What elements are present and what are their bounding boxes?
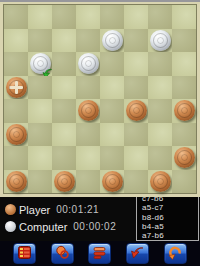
checker-piece-bronze[interactable] xyxy=(150,171,171,192)
list-button[interactable] xyxy=(88,243,111,264)
checker-piece-white[interactable] xyxy=(102,30,123,51)
board-square[interactable] xyxy=(124,123,148,147)
board-square[interactable] xyxy=(76,52,100,76)
board-square[interactable] xyxy=(28,29,52,53)
board-square[interactable] xyxy=(4,5,28,29)
player-clock-row: Player 00:01:21 xyxy=(5,201,136,218)
computer-time: 00:00:02 xyxy=(73,221,116,232)
board-square[interactable] xyxy=(100,76,124,100)
board-square[interactable] xyxy=(76,99,100,123)
board-square[interactable] xyxy=(4,99,28,123)
board-square[interactable] xyxy=(124,52,148,76)
board-square[interactable] xyxy=(124,5,148,29)
white-piece-icon xyxy=(5,221,16,232)
board-square[interactable] xyxy=(52,123,76,147)
checker-piece-bronze[interactable] xyxy=(126,100,147,121)
board-square[interactable] xyxy=(124,76,148,100)
board-square[interactable] xyxy=(52,29,76,53)
board-square[interactable] xyxy=(124,170,148,194)
checker-piece-bronze[interactable] xyxy=(78,100,99,121)
board-square[interactable] xyxy=(100,123,124,147)
player-time: 00:01:21 xyxy=(56,204,99,215)
checkers-app: Player 00:01:21 Computer 00:00:02 c7-b6a… xyxy=(0,0,200,266)
checker-piece-bronze[interactable] xyxy=(102,171,123,192)
board-square[interactable] xyxy=(148,5,172,29)
board-square[interactable] xyxy=(52,146,76,170)
checker-piece-white[interactable] xyxy=(30,53,51,74)
board-square[interactable] xyxy=(52,99,76,123)
cross-marker-icon xyxy=(6,77,27,98)
board-square[interactable] xyxy=(172,52,196,76)
board-square[interactable] xyxy=(28,76,52,100)
board-square[interactable] xyxy=(28,146,52,170)
pieces-icon xyxy=(55,245,70,263)
board xyxy=(4,5,196,193)
board-square[interactable] xyxy=(124,146,148,170)
move-list[interactable]: c7-b6a5-c7b8-d6b4-a5a7-b6 xyxy=(136,197,199,241)
hint-button[interactable] xyxy=(126,243,149,264)
board-square[interactable] xyxy=(172,146,196,170)
board-square[interactable] xyxy=(4,123,28,147)
board-square[interactable] xyxy=(52,52,76,76)
board-square[interactable] xyxy=(4,76,28,100)
board-square[interactable] xyxy=(76,29,100,53)
board-square[interactable] xyxy=(100,146,124,170)
checker-piece-bronze[interactable] xyxy=(6,77,27,98)
board-square[interactable] xyxy=(76,170,100,194)
board-square[interactable] xyxy=(76,76,100,100)
board-square[interactable] xyxy=(28,170,52,194)
board-square[interactable] xyxy=(124,99,148,123)
list-icon xyxy=(92,245,107,263)
board-square[interactable] xyxy=(52,170,76,194)
board-square[interactable] xyxy=(52,76,76,100)
board-square[interactable] xyxy=(172,99,196,123)
board-button[interactable] xyxy=(13,243,36,264)
board-square[interactable] xyxy=(4,170,28,194)
info-panel: Player 00:01:21 Computer 00:00:02 c7-b6a… xyxy=(0,197,200,241)
board-square[interactable] xyxy=(172,170,196,194)
board-square[interactable] xyxy=(148,76,172,100)
undo-arrow-icon xyxy=(168,245,183,263)
pieces-button[interactable] xyxy=(51,243,74,264)
checker-piece-bronze[interactable] xyxy=(6,171,27,192)
checker-piece-bronze[interactable] xyxy=(174,100,195,121)
checker-piece-bronze[interactable] xyxy=(174,147,195,168)
checker-piece-white[interactable] xyxy=(78,53,99,74)
checker-piece-white[interactable] xyxy=(150,30,171,51)
board-square[interactable] xyxy=(100,5,124,29)
checker-piece-bronze[interactable] xyxy=(54,171,75,192)
checker-piece-bronze[interactable] xyxy=(6,124,27,145)
move-list-items: c7-b6a5-c7b8-d6b4-a5a7-b6 xyxy=(137,197,198,240)
board-square[interactable] xyxy=(148,99,172,123)
board-square[interactable] xyxy=(28,123,52,147)
player-name: Player xyxy=(19,204,50,216)
board-square[interactable] xyxy=(4,146,28,170)
board-square[interactable] xyxy=(148,170,172,194)
board-square[interactable] xyxy=(172,123,196,147)
board-square[interactable] xyxy=(148,123,172,147)
board-square[interactable] xyxy=(172,5,196,29)
board-square[interactable] xyxy=(172,76,196,100)
clocks: Player 00:01:21 Computer 00:00:02 xyxy=(0,197,136,241)
board-square[interactable] xyxy=(76,123,100,147)
board-square[interactable] xyxy=(148,146,172,170)
move-entry: b4-a5 xyxy=(142,222,198,231)
board-square[interactable] xyxy=(28,52,52,76)
board-square[interactable] xyxy=(4,52,28,76)
hint-arrow-icon xyxy=(130,245,145,263)
board-frame xyxy=(0,0,200,197)
board-square[interactable] xyxy=(100,29,124,53)
board-square[interactable] xyxy=(100,170,124,194)
board-square[interactable] xyxy=(172,29,196,53)
move-entry: a5-c7 xyxy=(142,203,198,212)
board-square[interactable] xyxy=(124,29,148,53)
undo-button[interactable] xyxy=(164,243,187,264)
board-square[interactable] xyxy=(76,146,100,170)
toolbar xyxy=(0,241,200,266)
move-entry: b8-d6 xyxy=(142,213,198,222)
bronze-piece-icon xyxy=(5,204,16,215)
board-square[interactable] xyxy=(100,99,124,123)
board-square[interactable] xyxy=(148,52,172,76)
board-square[interactable] xyxy=(100,52,124,76)
board-square[interactable] xyxy=(52,5,76,29)
board-square[interactable] xyxy=(76,5,100,29)
computer-name: Computer xyxy=(19,221,67,233)
board-square[interactable] xyxy=(148,29,172,53)
move-entry: a7-b6 xyxy=(142,231,198,240)
board-square[interactable] xyxy=(28,5,52,29)
computer-clock-row: Computer 00:00:02 xyxy=(5,218,136,235)
board-square[interactable] xyxy=(28,99,52,123)
board-grid-icon xyxy=(17,245,32,263)
board-square[interactable] xyxy=(4,29,28,53)
